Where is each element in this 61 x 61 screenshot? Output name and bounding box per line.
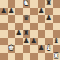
square-f7[interactable]: ♟ bbox=[38, 8, 46, 16]
square-b4[interactable] bbox=[8, 30, 16, 38]
square-a4[interactable] bbox=[0, 30, 8, 38]
chess-board: ♞♜♟♟♟♛♟♟♜♟♟♝♚♟♝♜ bbox=[0, 0, 60, 60]
square-a7[interactable]: ♟ bbox=[0, 8, 8, 16]
square-c3[interactable] bbox=[15, 38, 23, 46]
square-f4[interactable] bbox=[38, 30, 46, 38]
square-a2[interactable] bbox=[0, 45, 8, 53]
square-d6[interactable]: ♛ bbox=[23, 15, 31, 23]
square-h1[interactable]: ♜ bbox=[53, 53, 61, 61]
square-g2[interactable]: ♝ bbox=[45, 45, 53, 53]
square-d1[interactable] bbox=[23, 53, 31, 61]
square-f1[interactable] bbox=[38, 53, 46, 61]
black-pawn-f7[interactable]: ♟ bbox=[38, 8, 44, 16]
square-a3[interactable] bbox=[0, 38, 8, 46]
square-h3[interactable]: ♝ bbox=[53, 38, 61, 46]
black-pawn-e3[interactable]: ♟ bbox=[31, 38, 37, 46]
square-a6[interactable] bbox=[0, 15, 8, 23]
black-pawn-d3[interactable]: ♟ bbox=[23, 38, 29, 46]
black-queen-d6[interactable]: ♛ bbox=[23, 15, 29, 23]
square-g6[interactable]: ♟ bbox=[45, 15, 53, 23]
square-f5[interactable] bbox=[38, 23, 46, 31]
square-h7[interactable] bbox=[53, 8, 61, 16]
square-b1[interactable] bbox=[8, 53, 16, 61]
black-pawn-c4[interactable]: ♟ bbox=[16, 30, 22, 38]
square-e5[interactable] bbox=[30, 23, 38, 31]
square-e2[interactable] bbox=[30, 45, 38, 53]
square-h8[interactable] bbox=[53, 0, 61, 8]
square-f2[interactable]: ♟ bbox=[38, 45, 46, 53]
black-pawn-f2[interactable]: ♟ bbox=[38, 45, 44, 53]
square-d8[interactable]: ♞ bbox=[23, 0, 31, 8]
black-pawn-b7[interactable]: ♟ bbox=[8, 8, 14, 16]
square-e1[interactable] bbox=[30, 53, 38, 61]
square-c1[interactable] bbox=[15, 53, 23, 61]
square-c8[interactable] bbox=[15, 0, 23, 8]
square-e6[interactable] bbox=[30, 15, 38, 23]
square-a1[interactable] bbox=[0, 53, 8, 61]
square-d2[interactable] bbox=[23, 45, 31, 53]
square-g8[interactable]: ♜ bbox=[45, 0, 53, 8]
square-g4[interactable] bbox=[45, 30, 53, 38]
black-pawn-a7[interactable]: ♟ bbox=[1, 8, 7, 16]
square-b6[interactable] bbox=[8, 15, 16, 23]
square-d3[interactable]: ♟ bbox=[23, 38, 31, 46]
square-c7[interactable] bbox=[15, 8, 23, 16]
white-bishop-g2[interactable]: ♝ bbox=[46, 45, 52, 53]
black-bishop-h3[interactable]: ♝ bbox=[53, 38, 59, 46]
black-rook-g8[interactable]: ♜ bbox=[46, 0, 52, 8]
square-b7[interactable]: ♟ bbox=[8, 8, 16, 16]
square-c4[interactable]: ♟ bbox=[15, 30, 23, 38]
square-f6[interactable] bbox=[38, 15, 46, 23]
square-h5[interactable] bbox=[53, 23, 61, 31]
white-rook-h1[interactable]: ♜ bbox=[53, 53, 59, 61]
square-c2[interactable] bbox=[15, 45, 23, 53]
square-b2[interactable]: ♚ bbox=[8, 45, 16, 53]
square-g1[interactable] bbox=[45, 53, 53, 61]
square-g5[interactable] bbox=[45, 23, 53, 31]
square-b5[interactable] bbox=[8, 23, 16, 31]
white-knight-d8[interactable]: ♞ bbox=[23, 0, 29, 8]
black-pawn-g6[interactable]: ♟ bbox=[46, 15, 52, 23]
square-e7[interactable] bbox=[30, 8, 38, 16]
white-king-b2[interactable]: ♚ bbox=[8, 45, 14, 53]
square-a5[interactable] bbox=[0, 23, 8, 31]
square-h6[interactable] bbox=[53, 15, 61, 23]
square-e8[interactable] bbox=[30, 0, 38, 8]
square-e3[interactable]: ♟ bbox=[30, 38, 38, 46]
square-c6[interactable] bbox=[15, 15, 23, 23]
